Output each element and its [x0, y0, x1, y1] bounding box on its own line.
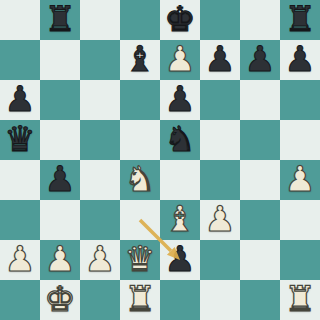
black-pawn[interactable]: ♟: [204, 42, 235, 77]
square-e7[interactable]: ♟: [160, 40, 200, 80]
white-queen[interactable]: ♛: [124, 242, 155, 277]
white-pawn[interactable]: ♟: [164, 42, 195, 77]
black-pawn[interactable]: ♟: [44, 162, 75, 197]
square-g7[interactable]: ♟: [240, 40, 280, 80]
square-a4[interactable]: [0, 160, 40, 200]
white-pawn[interactable]: ♟: [4, 242, 35, 277]
square-g6[interactable]: [240, 80, 280, 120]
square-d2[interactable]: ♛: [120, 240, 160, 280]
square-d4[interactable]: ♞: [120, 160, 160, 200]
square-d8[interactable]: [120, 0, 160, 40]
square-a2[interactable]: ♟: [0, 240, 40, 280]
square-e6[interactable]: ♟: [160, 80, 200, 120]
square-g2[interactable]: [240, 240, 280, 280]
square-h4[interactable]: ♟: [280, 160, 320, 200]
black-pawn[interactable]: ♟: [164, 242, 195, 277]
square-f4[interactable]: [200, 160, 240, 200]
square-d1[interactable]: ♜: [120, 280, 160, 320]
black-pawn[interactable]: ♟: [4, 82, 35, 117]
black-bishop[interactable]: ♝: [124, 42, 155, 77]
white-pawn[interactable]: ♟: [84, 242, 115, 277]
square-d5[interactable]: [120, 120, 160, 160]
square-h3[interactable]: [280, 200, 320, 240]
square-f6[interactable]: [200, 80, 240, 120]
square-d7[interactable]: ♝: [120, 40, 160, 80]
square-c2[interactable]: ♟: [80, 240, 120, 280]
square-a6[interactable]: ♟: [0, 80, 40, 120]
white-bishop[interactable]: ♝: [164, 202, 195, 237]
square-b3[interactable]: [40, 200, 80, 240]
square-b1[interactable]: ♚: [40, 280, 80, 320]
square-a8[interactable]: [0, 0, 40, 40]
square-d3[interactable]: [120, 200, 160, 240]
square-b6[interactable]: [40, 80, 80, 120]
black-pawn[interactable]: ♟: [284, 42, 315, 77]
square-c3[interactable]: [80, 200, 120, 240]
square-e5[interactable]: ♞: [160, 120, 200, 160]
square-h6[interactable]: [280, 80, 320, 120]
square-c8[interactable]: [80, 0, 120, 40]
white-knight[interactable]: ♞: [124, 162, 155, 197]
square-b4[interactable]: ♟: [40, 160, 80, 200]
square-a3[interactable]: [0, 200, 40, 240]
square-a7[interactable]: [0, 40, 40, 80]
square-b2[interactable]: ♟: [40, 240, 80, 280]
black-pawn[interactable]: ♟: [164, 82, 195, 117]
square-e2[interactable]: ♟: [160, 240, 200, 280]
square-h5[interactable]: [280, 120, 320, 160]
square-f1[interactable]: [200, 280, 240, 320]
square-c7[interactable]: [80, 40, 120, 80]
black-rook[interactable]: ♜: [44, 2, 75, 37]
square-h8[interactable]: ♜: [280, 0, 320, 40]
square-f5[interactable]: [200, 120, 240, 160]
square-e3[interactable]: ♝: [160, 200, 200, 240]
square-f3[interactable]: ♟: [200, 200, 240, 240]
black-pawn[interactable]: ♟: [244, 42, 275, 77]
black-queen[interactable]: ♛: [4, 122, 35, 157]
square-b7[interactable]: [40, 40, 80, 80]
chess-board-wrap: ♜♚♜♝♟♟♟♟♟♟♛♞♟♞♟♝♟♟♟♟♛♟♚♜♜: [0, 0, 320, 320]
square-e8[interactable]: ♚: [160, 0, 200, 40]
white-rook[interactable]: ♜: [284, 282, 315, 317]
black-knight[interactable]: ♞: [164, 122, 195, 157]
square-g5[interactable]: [240, 120, 280, 160]
white-king[interactable]: ♚: [44, 282, 75, 317]
square-g3[interactable]: [240, 200, 280, 240]
square-d6[interactable]: [120, 80, 160, 120]
square-a5[interactable]: ♛: [0, 120, 40, 160]
square-h1[interactable]: ♜: [280, 280, 320, 320]
square-f8[interactable]: [200, 0, 240, 40]
square-c6[interactable]: [80, 80, 120, 120]
square-g8[interactable]: [240, 0, 280, 40]
square-b5[interactable]: [40, 120, 80, 160]
square-a1[interactable]: [0, 280, 40, 320]
square-e1[interactable]: [160, 280, 200, 320]
white-pawn[interactable]: ♟: [44, 242, 75, 277]
square-h2[interactable]: [280, 240, 320, 280]
square-b8[interactable]: ♜: [40, 0, 80, 40]
square-g4[interactable]: [240, 160, 280, 200]
white-pawn[interactable]: ♟: [204, 202, 235, 237]
square-f2[interactable]: [200, 240, 240, 280]
square-h7[interactable]: ♟: [280, 40, 320, 80]
black-rook[interactable]: ♜: [284, 2, 315, 37]
square-f7[interactable]: ♟: [200, 40, 240, 80]
chess-board: ♜♚♜♝♟♟♟♟♟♟♛♞♟♞♟♝♟♟♟♟♛♟♚♜♜: [0, 0, 320, 320]
square-g1[interactable]: [240, 280, 280, 320]
white-pawn[interactable]: ♟: [284, 162, 315, 197]
square-c1[interactable]: [80, 280, 120, 320]
black-king[interactable]: ♚: [164, 2, 195, 37]
square-c4[interactable]: [80, 160, 120, 200]
white-rook[interactable]: ♜: [124, 282, 155, 317]
square-e4[interactable]: [160, 160, 200, 200]
square-c5[interactable]: [80, 120, 120, 160]
